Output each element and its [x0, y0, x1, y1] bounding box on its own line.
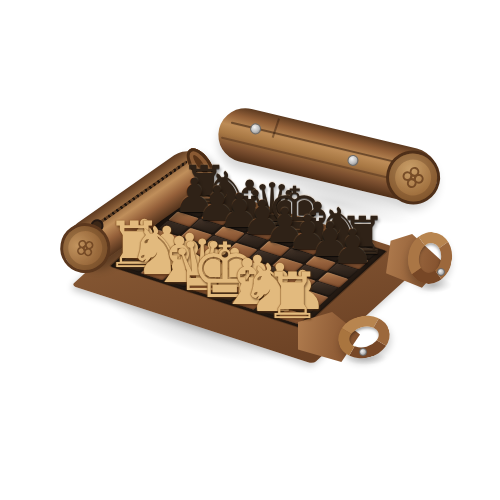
snap-stud-icon[interactable]	[346, 154, 359, 167]
product-photo-stage: ♜♞♝♛♚♝♞♜♟♟♟♟♟♟♟♟♟♟♟♟♟♟♟♟♜♞♝♛♚♝♞♜	[0, 0, 500, 500]
case-end-cap	[381, 145, 446, 210]
clover-emboss-icon	[397, 162, 428, 193]
snap-stud-icon[interactable]	[249, 122, 262, 135]
snap-stud-icon[interactable]	[359, 348, 367, 356]
snap-stud-icon[interactable]	[437, 268, 445, 276]
clover-emboss-icon	[70, 233, 101, 264]
piece-white-rook-h1[interactable]: ♜	[264, 265, 321, 328]
piece-black-pawn-h7[interactable]: ♟	[331, 224, 373, 271]
